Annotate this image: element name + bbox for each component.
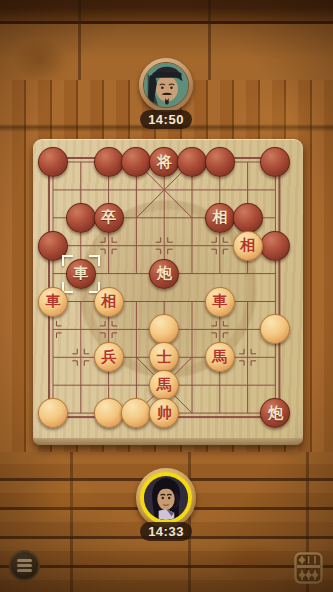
abacus-button[interactable] — [294, 552, 323, 584]
piece-tan-horse[interactable]: 馬 — [205, 342, 235, 372]
piece-tan-chariot[interactable]: 車 — [205, 287, 235, 317]
game-screen: 14:50 将卒相車炮炮相車相車兵士馬馬帅 14 — [0, 0, 333, 592]
piece-maroon-soldier[interactable]: 卒 — [94, 203, 124, 233]
abacus-icon — [294, 572, 323, 587]
piece-tan-elephant[interactable]: 相 — [94, 287, 124, 317]
piece-maroon-chariot[interactable]: 車 — [66, 259, 96, 289]
piece-tan-hidden-piece[interactable] — [260, 314, 290, 344]
piece-maroon-general[interactable]: 将 — [149, 147, 179, 177]
bottom-player-time-text: 14:33 — [148, 524, 184, 539]
top-player-portrait-icon — [143, 62, 189, 108]
piece-maroon-hidden-piece[interactable] — [205, 147, 235, 177]
menu-button[interactable] — [9, 550, 40, 581]
piece-tan-hidden-piece[interactable] — [38, 398, 68, 428]
top-player-time-text: 14:50 — [148, 112, 184, 127]
xiangqi-board[interactable]: 将卒相車炮炮相車相車兵士馬馬帅 — [33, 139, 303, 445]
piece-tan-horse[interactable]: 馬 — [149, 370, 179, 400]
piece-maroon-hidden-piece[interactable] — [177, 147, 207, 177]
bottom-player-timer: 14:33 — [140, 522, 192, 541]
bottom-player-avatar — [136, 468, 196, 528]
piece-maroon-hidden-piece[interactable] — [233, 203, 263, 233]
piece-maroon-hidden-piece[interactable] — [260, 231, 290, 261]
top-player-avatar — [139, 58, 193, 112]
piece-tan-hidden-piece[interactable] — [94, 398, 124, 428]
piece-tan-soldier[interactable]: 兵 — [94, 342, 124, 372]
piece-maroon-hidden-piece[interactable] — [94, 147, 124, 177]
piece-maroon-hidden-piece[interactable] — [38, 147, 68, 177]
piece-maroon-hidden-piece[interactable] — [260, 147, 290, 177]
piece-tan-hidden-piece[interactable] — [121, 398, 151, 428]
piece-maroon-hidden-piece[interactable] — [66, 203, 96, 233]
piece-tan-elephant[interactable]: 相 — [233, 231, 263, 261]
top-player-timer: 14:50 — [140, 110, 192, 129]
piece-tan-chariot[interactable]: 車 — [38, 287, 68, 317]
piece-maroon-elephant[interactable]: 相 — [205, 203, 235, 233]
bottom-player-portrait-icon — [140, 472, 192, 524]
piece-maroon-hidden-piece[interactable] — [121, 147, 151, 177]
piece-tan-general[interactable]: 帅 — [149, 398, 179, 428]
piece-maroon-hidden-piece[interactable] — [38, 231, 68, 261]
piece-tan-hidden-piece[interactable] — [149, 314, 179, 344]
piece-tan-advisor[interactable]: 士 — [149, 342, 179, 372]
piece-maroon-cannon[interactable]: 炮 — [149, 259, 179, 289]
piece-maroon-cannon[interactable]: 炮 — [260, 398, 290, 428]
